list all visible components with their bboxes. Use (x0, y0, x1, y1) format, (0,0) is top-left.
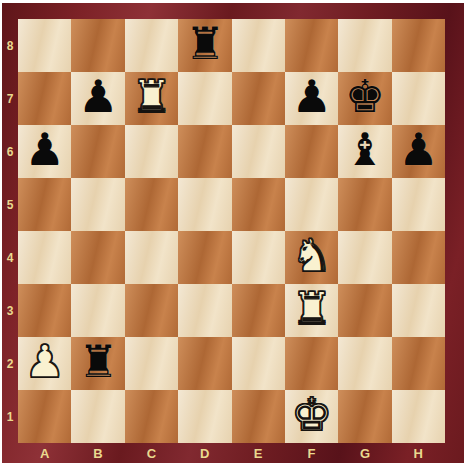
square-b3[interactable] (71, 284, 124, 337)
square-h8[interactable] (392, 19, 445, 72)
square-e1[interactable] (232, 390, 285, 443)
square-f5[interactable] (285, 178, 338, 231)
rank-label-4: 4 (2, 231, 18, 284)
square-b5[interactable] (71, 178, 124, 231)
square-g6[interactable]: ♝ (338, 125, 391, 178)
file-label-f: F (285, 443, 338, 463)
square-c7[interactable]: ♜ (125, 72, 178, 125)
rank-label-8: 8 (2, 19, 18, 72)
square-d4[interactable] (178, 231, 231, 284)
rank-label-2: 2 (2, 337, 18, 390)
square-h6[interactable]: ♟ (392, 125, 445, 178)
file-labels: ABCDEFGH (18, 443, 445, 463)
piece-black-pawn[interactable]: ♟ (285, 72, 338, 123)
rank-label-3: 3 (2, 284, 18, 337)
square-h5[interactable] (392, 178, 445, 231)
chessboard: ♜♟♜♟♚♟♝♟♞♜♟♜♚ (18, 19, 445, 443)
square-d7[interactable] (178, 72, 231, 125)
square-e6[interactable] (232, 125, 285, 178)
square-e7[interactable] (232, 72, 285, 125)
square-d3[interactable] (178, 284, 231, 337)
file-label-g: G (338, 443, 391, 463)
square-f2[interactable] (285, 337, 338, 390)
file-label-d: D (178, 443, 231, 463)
square-d2[interactable] (178, 337, 231, 390)
piece-white-king[interactable]: ♚ (285, 390, 338, 441)
square-b7[interactable]: ♟ (71, 72, 124, 125)
square-g4[interactable] (338, 231, 391, 284)
piece-black-pawn[interactable]: ♟ (71, 72, 124, 123)
square-b6[interactable] (71, 125, 124, 178)
rank-label-7: 7 (2, 72, 18, 125)
piece-black-rook[interactable]: ♜ (178, 19, 231, 70)
square-f3[interactable]: ♜ (285, 284, 338, 337)
square-d1[interactable] (178, 390, 231, 443)
square-b8[interactable] (71, 19, 124, 72)
square-a6[interactable]: ♟ (18, 125, 71, 178)
square-h7[interactable] (392, 72, 445, 125)
board-frame: 87654321 ABCDEFGH ♜♟♜♟♚♟♝♟♞♜♟♜♚ (2, 3, 464, 463)
piece-white-pawn[interactable]: ♟ (18, 337, 71, 388)
square-f6[interactable] (285, 125, 338, 178)
square-c3[interactable] (125, 284, 178, 337)
square-b1[interactable] (71, 390, 124, 443)
square-a2[interactable]: ♟ (18, 337, 71, 390)
square-h1[interactable] (392, 390, 445, 443)
square-f1[interactable]: ♚ (285, 390, 338, 443)
square-g8[interactable] (338, 19, 391, 72)
square-g3[interactable] (338, 284, 391, 337)
square-d8[interactable]: ♜ (178, 19, 231, 72)
square-g7[interactable]: ♚ (338, 72, 391, 125)
square-h2[interactable] (392, 337, 445, 390)
file-label-a: A (18, 443, 71, 463)
piece-black-pawn[interactable]: ♟ (392, 125, 445, 176)
square-a3[interactable] (18, 284, 71, 337)
square-e2[interactable] (232, 337, 285, 390)
square-a1[interactable] (18, 390, 71, 443)
file-label-b: B (71, 443, 124, 463)
piece-black-bishop[interactable]: ♝ (338, 125, 391, 176)
square-c1[interactable] (125, 390, 178, 443)
square-a7[interactable] (18, 72, 71, 125)
square-g5[interactable] (338, 178, 391, 231)
square-a8[interactable] (18, 19, 71, 72)
square-b2[interactable]: ♜ (71, 337, 124, 390)
square-b4[interactable] (71, 231, 124, 284)
square-a5[interactable] (18, 178, 71, 231)
chess-diagram: 87654321 ABCDEFGH ♜♟♜♟♚♟♝♟♞♜♟♜♚ (0, 0, 464, 463)
file-label-h: H (392, 443, 445, 463)
piece-white-knight[interactable]: ♞ (285, 231, 338, 282)
rank-label-5: 5 (2, 178, 18, 231)
piece-black-rook[interactable]: ♜ (71, 337, 124, 388)
rank-label-1: 1 (2, 390, 18, 443)
square-c5[interactable] (125, 178, 178, 231)
piece-white-rook[interactable]: ♜ (125, 72, 178, 123)
rank-label-6: 6 (2, 125, 18, 178)
square-f8[interactable] (285, 19, 338, 72)
piece-black-king[interactable]: ♚ (338, 72, 391, 123)
square-e3[interactable] (232, 284, 285, 337)
square-d6[interactable] (178, 125, 231, 178)
square-c6[interactable] (125, 125, 178, 178)
piece-white-rook[interactable]: ♜ (285, 284, 338, 335)
square-g1[interactable] (338, 390, 391, 443)
square-c4[interactable] (125, 231, 178, 284)
square-e4[interactable] (232, 231, 285, 284)
square-e8[interactable] (232, 19, 285, 72)
file-label-e: E (232, 443, 285, 463)
square-a4[interactable] (18, 231, 71, 284)
square-e5[interactable] (232, 178, 285, 231)
square-h3[interactable] (392, 284, 445, 337)
piece-black-pawn[interactable]: ♟ (18, 125, 71, 176)
square-c8[interactable] (125, 19, 178, 72)
square-f4[interactable]: ♞ (285, 231, 338, 284)
square-f7[interactable]: ♟ (285, 72, 338, 125)
square-h4[interactable] (392, 231, 445, 284)
square-c2[interactable] (125, 337, 178, 390)
file-label-c: C (125, 443, 178, 463)
square-g2[interactable] (338, 337, 391, 390)
rank-labels: 87654321 (2, 19, 18, 443)
square-d5[interactable] (178, 178, 231, 231)
